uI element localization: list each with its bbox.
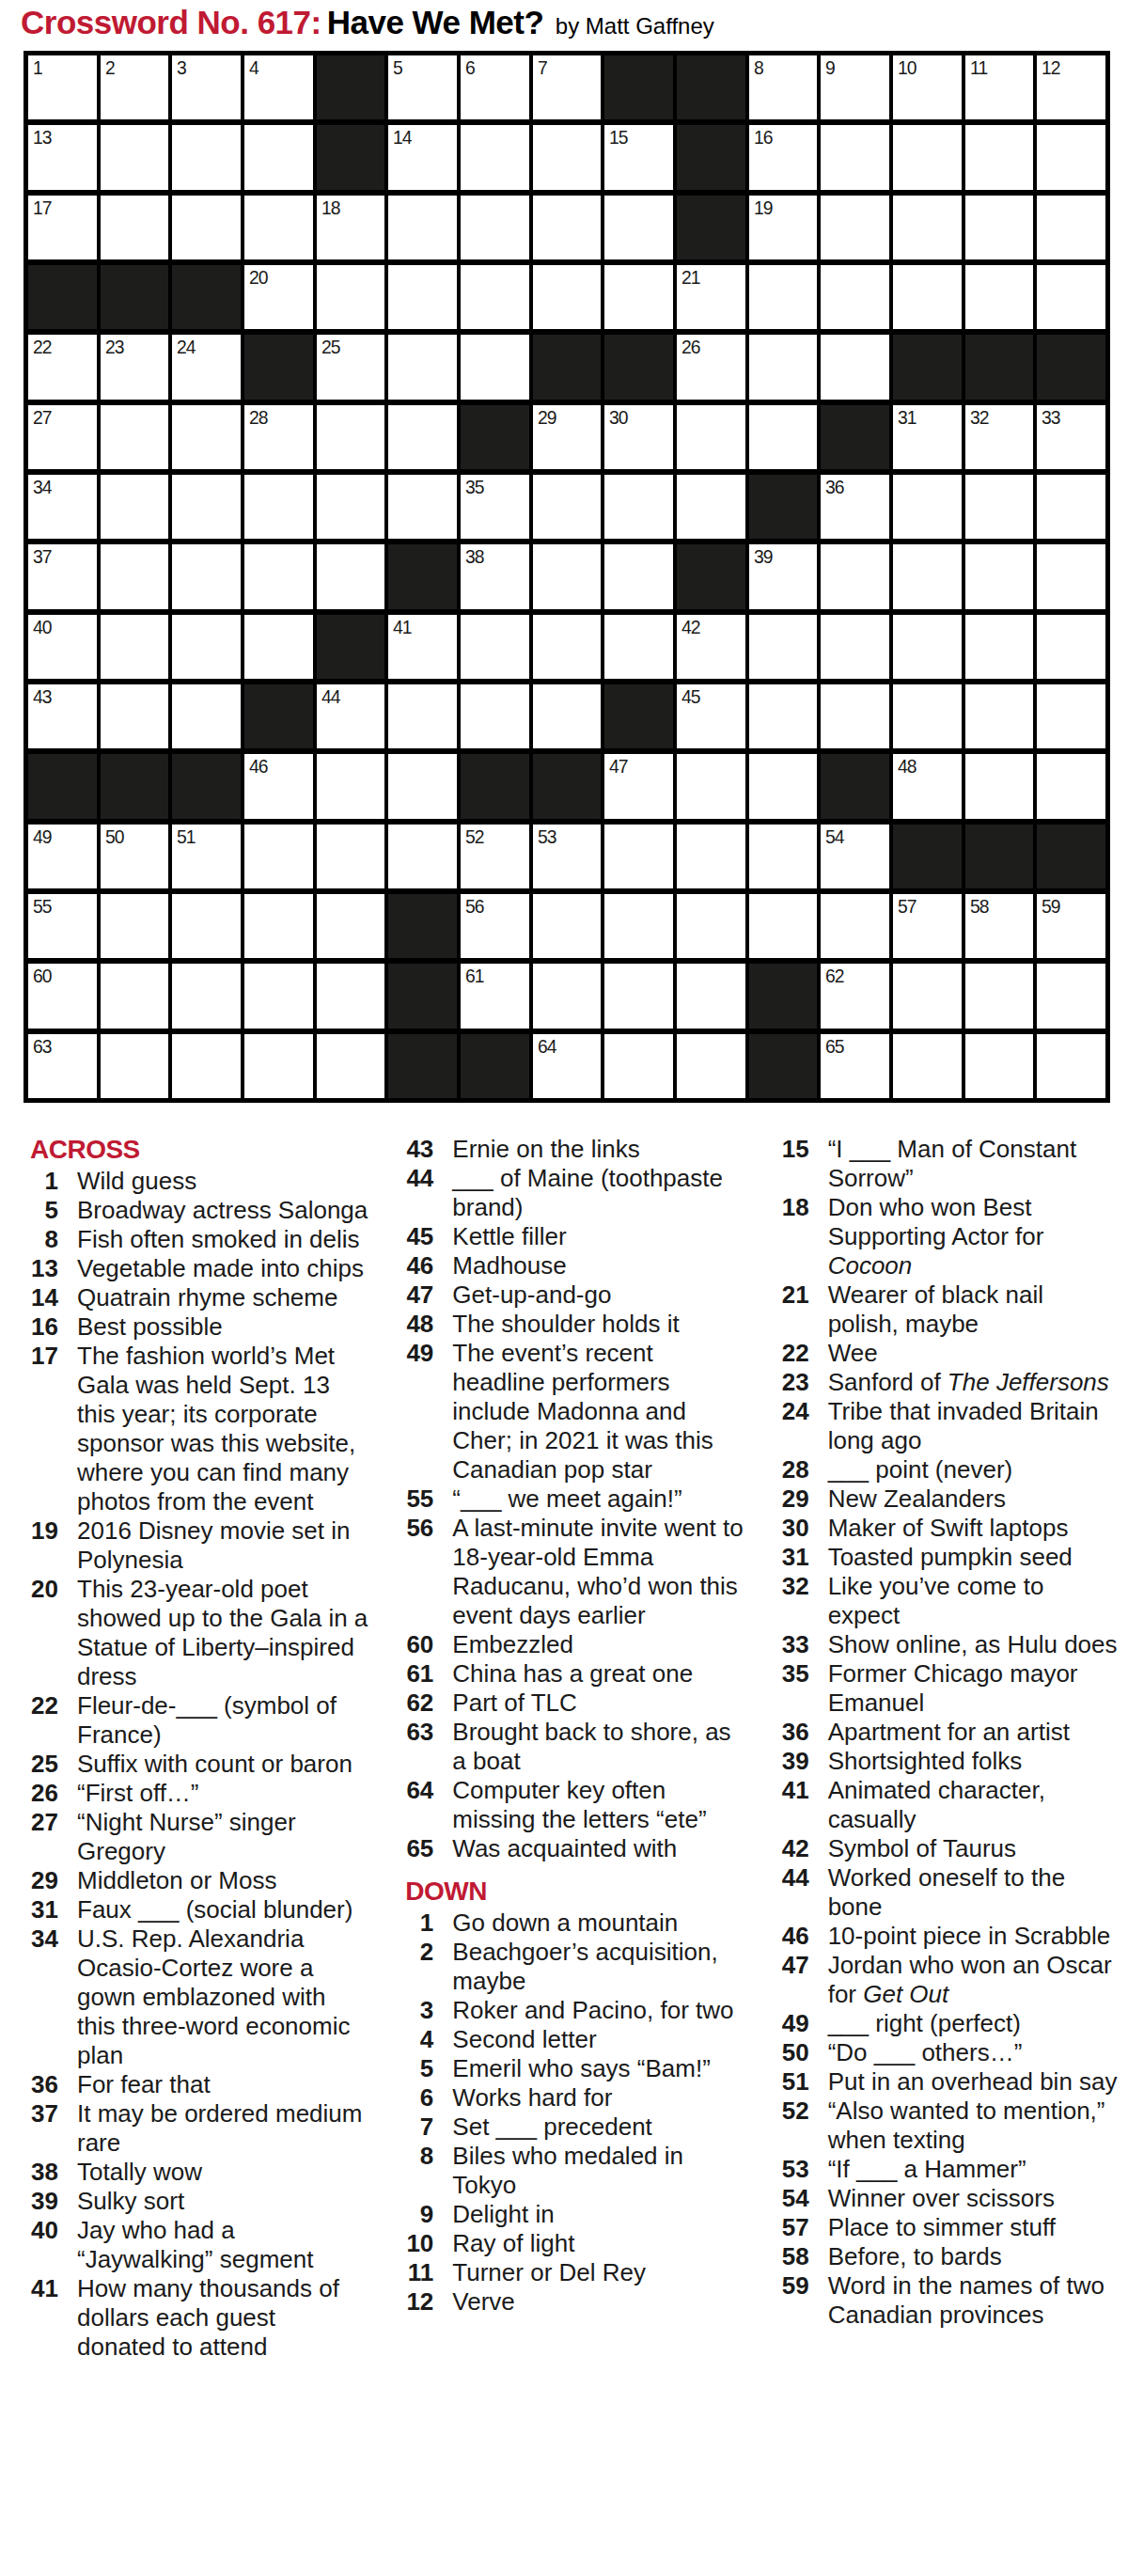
grid-cell[interactable]: [101, 1034, 169, 1098]
grid-cell[interactable]: [244, 825, 313, 888]
grid-cell[interactable]: [677, 475, 745, 539]
clue-text: It may be ordered medium rare: [77, 2099, 368, 2158]
grid-cell[interactable]: [533, 964, 602, 1028]
grid-cell[interactable]: [101, 544, 169, 608]
grid-cell[interactable]: 45: [677, 684, 745, 748]
grid-cell[interactable]: 8: [749, 55, 818, 119]
grid-cell[interactable]: [677, 405, 745, 469]
clue-down-33: 33Show online, as Hulu does: [768, 1630, 1119, 1659]
clue-down-42: 42Symbol of Taurus: [768, 1834, 1119, 1863]
grid-cell[interactable]: [749, 825, 818, 888]
clue-number: 63: [392, 1718, 452, 1776]
grid-cell[interactable]: 47: [604, 754, 673, 818]
grid-cell[interactable]: [965, 754, 1034, 818]
grid-cell[interactable]: [388, 475, 457, 539]
grid-cell[interactable]: [893, 615, 962, 679]
cell-number: 12: [1042, 56, 1060, 79]
grid-cell[interactable]: [1037, 196, 1105, 259]
clue-across-56: 56A last-minute invite went to 18-year-o…: [392, 1514, 743, 1630]
clue-text: Get-up-and-go: [452, 1280, 743, 1310]
grid-cell[interactable]: 28: [244, 405, 313, 469]
grid-cell[interactable]: [388, 335, 457, 399]
grid-cell[interactable]: 55: [28, 894, 97, 958]
grid-cell[interactable]: 15: [604, 125, 673, 189]
grid-cell[interactable]: [821, 265, 889, 329]
clue-number: 43: [392, 1135, 452, 1164]
grid-cell[interactable]: [172, 544, 241, 608]
grid-cell[interactable]: [677, 825, 745, 888]
grid-cell: [677, 196, 745, 259]
cell-number: 39: [754, 545, 773, 568]
grid-cell[interactable]: 24: [172, 335, 241, 399]
clue-text: “First off…”: [77, 1779, 368, 1808]
clue-number: 13: [17, 1254, 77, 1283]
grid-cell[interactable]: 38: [461, 544, 529, 608]
grid-cell[interactable]: [604, 825, 673, 888]
grid-cell[interactable]: 7: [533, 55, 602, 119]
grid-cell[interactable]: 19: [749, 196, 818, 259]
grid-cell[interactable]: [317, 405, 385, 469]
cell-number: 26: [681, 336, 700, 358]
grid-cell[interactable]: 57: [893, 894, 962, 958]
grid-cell[interactable]: 54: [821, 825, 889, 888]
grid-cell[interactable]: 1: [28, 55, 97, 119]
grid-cell[interactable]: 40: [28, 615, 97, 679]
grid-cell[interactable]: 26: [677, 335, 745, 399]
grid-cell[interactable]: [317, 475, 385, 539]
grid-cell[interactable]: [388, 754, 457, 818]
grid-cell: [388, 544, 457, 608]
grid-cell[interactable]: 13: [28, 125, 97, 189]
grid-cell[interactable]: [821, 196, 889, 259]
clue-text: Second letter: [452, 2025, 743, 2054]
grid-cell[interactable]: 10: [893, 55, 962, 119]
header: Crossword No. 617:Have We Met? by Matt G…: [21, 4, 1128, 41]
grid-cell[interactable]: [965, 1034, 1034, 1098]
grid-cell: [317, 55, 385, 119]
clue-text: Don who won Best Supporting Actor for Co…: [828, 1193, 1119, 1280]
grid-cell[interactable]: [461, 335, 529, 399]
grid-cell[interactable]: [677, 1034, 745, 1098]
grid-cell[interactable]: [244, 894, 313, 958]
clue-number: 20: [17, 1575, 77, 1691]
cell-number: 65: [825, 1035, 844, 1058]
grid-cell[interactable]: [244, 544, 313, 608]
grid-cell: [172, 265, 241, 329]
clue-number: 46: [768, 1922, 828, 1951]
grid-cell[interactable]: 37: [28, 544, 97, 608]
grid-cell[interactable]: 9: [821, 55, 889, 119]
grid-cell[interactable]: [821, 684, 889, 748]
grid-cell[interactable]: [893, 684, 962, 748]
grid-cell[interactable]: [101, 964, 169, 1028]
grid-cell[interactable]: [1037, 964, 1105, 1028]
grid-cell[interactable]: [461, 684, 529, 748]
grid-cell[interactable]: [965, 684, 1034, 748]
clue-number: 62: [392, 1689, 452, 1718]
grid-cell[interactable]: [172, 1034, 241, 1098]
grid-cell[interactable]: [533, 475, 602, 539]
clue-text: Apartment for an artist: [828, 1718, 1119, 1747]
grid-cell[interactable]: [965, 475, 1034, 539]
grid-cell[interactable]: [317, 544, 385, 608]
grid-cell: [244, 684, 313, 748]
grid-cell[interactable]: 60: [28, 964, 97, 1028]
clues-section: ACROSS 1Wild guess5Broadway actress Salo…: [17, 1135, 1119, 2362]
grid-cell: [101, 754, 169, 818]
cell-number: 44: [321, 685, 340, 708]
grid-cell[interactable]: [101, 684, 169, 748]
grid-cell[interactable]: [533, 544, 602, 608]
grid-cell[interactable]: [1037, 684, 1105, 748]
clue-text: Set ___ precedent: [452, 2113, 743, 2142]
grid-cell[interactable]: [1037, 1034, 1105, 1098]
grid-cell[interactable]: [317, 964, 385, 1028]
clue-number: 6: [392, 2083, 452, 2113]
puzzle-title: Have We Met?: [327, 4, 544, 40]
cell-number: 9: [825, 56, 835, 79]
grid-cell[interactable]: [893, 265, 962, 329]
grid-cell[interactable]: [172, 684, 241, 748]
grid-cell[interactable]: [317, 754, 385, 818]
clue-number: 56: [392, 1514, 452, 1630]
cell-number: 57: [898, 895, 916, 918]
grid-cell[interactable]: [317, 825, 385, 888]
grid-cell[interactable]: [244, 964, 313, 1028]
clue-number: 24: [768, 1397, 828, 1455]
grid-cell[interactable]: [604, 544, 673, 608]
grid-cell[interactable]: 27: [28, 405, 97, 469]
grid-cell[interactable]: 31: [893, 405, 962, 469]
clue-down-1: 1Go down a mountain: [392, 1908, 743, 1938]
grid-cell[interactable]: 11: [965, 55, 1034, 119]
clue-number: 44: [768, 1863, 828, 1922]
grid-cell[interactable]: [244, 475, 313, 539]
grid-cell[interactable]: [101, 196, 169, 259]
clue-number: 22: [768, 1339, 828, 1368]
grid-cell[interactable]: [317, 265, 385, 329]
grid-cell[interactable]: 4: [244, 55, 313, 119]
grid-cell[interactable]: 62: [821, 964, 889, 1028]
grid-cell[interactable]: 32: [965, 405, 1034, 469]
clue-across-61: 61China has a great one: [392, 1659, 743, 1689]
clue-number: 25: [17, 1750, 77, 1779]
clue-text: Ray of light: [452, 2229, 743, 2258]
clue-number: 10: [392, 2229, 452, 2258]
grid-cell[interactable]: [533, 265, 602, 329]
clue-across-39: 39Sulky sort: [17, 2187, 368, 2216]
grid-cell[interactable]: [101, 894, 169, 958]
clue-across-36: 36For fear that: [17, 2070, 368, 2099]
grid-cell[interactable]: [893, 475, 962, 539]
cell-number: 7: [538, 56, 547, 79]
grid-cell[interactable]: 51: [172, 825, 241, 888]
clue-number: 14: [17, 1283, 77, 1312]
grid-cell[interactable]: [604, 894, 673, 958]
cell-number: 50: [105, 825, 124, 848]
grid-cell[interactable]: [533, 615, 602, 679]
clue-text: This 23-year-old poet showed up to the G…: [77, 1575, 368, 1691]
grid-cell[interactable]: 33: [1037, 405, 1105, 469]
grid-cell[interactable]: [965, 196, 1034, 259]
grid-cell[interactable]: [101, 125, 169, 189]
grid-cell: [461, 754, 529, 818]
clue-text: Brought back to shore, as a boat: [452, 1718, 743, 1776]
grid-cell[interactable]: 46: [244, 754, 313, 818]
grid-cell[interactable]: [317, 1034, 385, 1098]
cell-number: 62: [825, 965, 844, 987]
grid-cell[interactable]: [1037, 615, 1105, 679]
grid-cell[interactable]: 6: [461, 55, 529, 119]
grid-cell[interactable]: 5: [388, 55, 457, 119]
grid-cell[interactable]: 14: [388, 125, 457, 189]
grid-cell[interactable]: 63: [28, 1034, 97, 1098]
clue-across-1: 1Wild guess: [17, 1167, 368, 1196]
grid-cell[interactable]: [172, 405, 241, 469]
grid-cell[interactable]: [893, 125, 962, 189]
grid-cell[interactable]: [749, 615, 818, 679]
clue-text: Jordan who won an Oscar for Get Out: [828, 1951, 1119, 2009]
grid-cell[interactable]: [1037, 265, 1105, 329]
grid-cell[interactable]: 56: [461, 894, 529, 958]
cell-number: 37: [33, 545, 52, 568]
clue-number: 30: [768, 1514, 828, 1543]
grid-cell[interactable]: [604, 615, 673, 679]
grid-cell[interactable]: 17: [28, 196, 97, 259]
grid-cell[interactable]: 64: [533, 1034, 602, 1098]
clue-down-50: 50“Do ___ others…”: [768, 2038, 1119, 2067]
clue-number: 36: [768, 1718, 828, 1747]
cell-number: 32: [970, 406, 989, 429]
grid-cell[interactable]: [965, 544, 1034, 608]
grid-cell[interactable]: [172, 964, 241, 1028]
grid-cell[interactable]: [965, 964, 1034, 1028]
clue-text: Place to simmer stuff: [828, 2213, 1119, 2242]
grid-cell[interactable]: [965, 615, 1034, 679]
clue-text: Part of TLC: [452, 1689, 743, 1718]
grid-cell[interactable]: [821, 544, 889, 608]
grid-cell[interactable]: 20: [244, 265, 313, 329]
clue-across-13: 13Vegetable made into chips: [17, 1254, 368, 1283]
grid-cell[interactable]: [893, 196, 962, 259]
clue-down-2: 2Beachgoer’s acquisition, maybe: [392, 1938, 743, 1996]
grid-cell[interactable]: 65: [821, 1034, 889, 1098]
grid-cell[interactable]: 42: [677, 615, 745, 679]
grid-cell[interactable]: [965, 265, 1034, 329]
grid-cell[interactable]: 52: [461, 825, 529, 888]
grid-cell[interactable]: [101, 405, 169, 469]
grid-cell[interactable]: 29: [533, 405, 602, 469]
grid-cell[interactable]: 25: [317, 335, 385, 399]
clue-across-8: 8Fish often smoked in delis: [17, 1225, 368, 1254]
grid-cell[interactable]: 49: [28, 825, 97, 888]
clue-text: “Also wanted to mention,” when texting: [828, 2097, 1119, 2155]
grid-cell[interactable]: [604, 1034, 673, 1098]
page: Crossword No. 617:Have We Met? by Matt G…: [0, 0, 1128, 2576]
clue-across-60: 60Embezzled: [392, 1630, 743, 1659]
grid-cell[interactable]: [749, 684, 818, 748]
cell-number: 10: [898, 56, 916, 79]
grid-cell[interactable]: [893, 964, 962, 1028]
clue-down-49: 49___ right (perfect): [768, 2009, 1119, 2038]
grid-cell: [893, 335, 962, 399]
clue-text: ___ point (never): [828, 1455, 1119, 1484]
clue-number: 21: [768, 1280, 828, 1339]
cell-number: 18: [321, 196, 340, 219]
grid-cell[interactable]: 30: [604, 405, 673, 469]
cell-number: 33: [1042, 406, 1060, 429]
grid-cell[interactable]: [244, 196, 313, 259]
clue-number: 23: [768, 1368, 828, 1397]
grid-cell[interactable]: [244, 615, 313, 679]
grid-cell[interactable]: [533, 684, 602, 748]
clue-text: “Do ___ others…”: [828, 2038, 1119, 2067]
grid-cell[interactable]: 41: [388, 615, 457, 679]
grid-cell[interactable]: [172, 475, 241, 539]
grid-cell[interactable]: [244, 125, 313, 189]
grid-cell[interactable]: [1037, 544, 1105, 608]
grid-cell: [965, 825, 1034, 888]
grid-cell[interactable]: [677, 894, 745, 958]
grid-cell: [604, 335, 673, 399]
grid-cell[interactable]: [388, 684, 457, 748]
grid-cell[interactable]: [461, 265, 529, 329]
grid-cell[interactable]: 18: [317, 196, 385, 259]
clue-number: 16: [17, 1312, 77, 1342]
grid-cell[interactable]: 58: [965, 894, 1034, 958]
grid-cell[interactable]: [604, 265, 673, 329]
clue-number: 12: [392, 2287, 452, 2317]
cell-number: 16: [754, 126, 773, 149]
cell-number: 1: [33, 56, 42, 79]
grid-cell[interactable]: [821, 125, 889, 189]
grid-cell[interactable]: [604, 196, 673, 259]
grid-cell[interactable]: [893, 544, 962, 608]
grid-cell[interactable]: [388, 265, 457, 329]
grid-cell[interactable]: 2: [101, 55, 169, 119]
clue-across-29: 29Middleton or Moss: [17, 1866, 368, 1895]
clue-text: Like you’ve come to expect: [828, 1572, 1119, 1630]
grid-cell[interactable]: 43: [28, 684, 97, 748]
grid-cell[interactable]: [1037, 754, 1105, 818]
grid-cell: [317, 125, 385, 189]
grid-cell[interactable]: [604, 475, 673, 539]
grid-cell[interactable]: [244, 1034, 313, 1098]
grid-cell[interactable]: 36: [821, 475, 889, 539]
grid-cell[interactable]: [749, 405, 818, 469]
clue-text: Wee: [828, 1339, 1119, 1368]
grid-cell[interactable]: [388, 405, 457, 469]
clue-number: 47: [768, 1951, 828, 2009]
grid-cell[interactable]: [317, 894, 385, 958]
grid-cell[interactable]: 39: [749, 544, 818, 608]
grid-cell[interactable]: [461, 615, 529, 679]
grid-cell[interactable]: [533, 125, 602, 189]
grid-cell[interactable]: [172, 894, 241, 958]
grid-cell[interactable]: [533, 196, 602, 259]
grid-cell[interactable]: [893, 1034, 962, 1098]
grid-cell[interactable]: [388, 196, 457, 259]
grid-cell[interactable]: [965, 125, 1034, 189]
grid-cell[interactable]: 61: [461, 964, 529, 1028]
clue-text: Computer key often missing the letters “…: [452, 1776, 743, 1834]
clue-number: 27: [17, 1808, 77, 1866]
grid-cell[interactable]: [172, 125, 241, 189]
grid-cell[interactable]: 22: [28, 335, 97, 399]
grid-cell: [388, 894, 457, 958]
grid-cell[interactable]: [749, 265, 818, 329]
grid-cell[interactable]: 48: [893, 754, 962, 818]
clue-down-57: 57Place to simmer stuff: [768, 2213, 1119, 2242]
clue-across-17: 17The fashion world’s Met Gala was held …: [17, 1342, 368, 1516]
grid-cell[interactable]: 16: [749, 125, 818, 189]
grid-cell[interactable]: [172, 615, 241, 679]
clue-text: New Zealanders: [828, 1484, 1119, 1514]
clue-text: U.S. Rep. Alexandria Ocasio-Cortez wore …: [77, 1924, 368, 2070]
grid-cell[interactable]: [388, 825, 457, 888]
clue-number: 2: [392, 1938, 452, 1996]
grid-cell[interactable]: [677, 754, 745, 818]
grid-cell[interactable]: [749, 894, 818, 958]
clue-across-44: 44___ of Maine (toothpaste brand): [392, 1164, 743, 1222]
cell-number: 11: [970, 56, 987, 79]
grid-cell[interactable]: 44: [317, 684, 385, 748]
grid-cell[interactable]: [461, 125, 529, 189]
grid-cell[interactable]: [101, 615, 169, 679]
grid-cell[interactable]: [172, 196, 241, 259]
clue-down-36: 36Apartment for an artist: [768, 1718, 1119, 1747]
clue-across-49: 49The event’s recent headline performers…: [392, 1339, 743, 1484]
grid-cell[interactable]: [749, 335, 818, 399]
clue-text: For fear that: [77, 2070, 368, 2099]
grid-cell[interactable]: 21: [677, 265, 745, 329]
grid-cell[interactable]: 59: [1037, 894, 1105, 958]
grid-cell[interactable]: 3: [172, 55, 241, 119]
grid-cell[interactable]: 35: [461, 475, 529, 539]
clue-down-39: 39Shortsighted folks: [768, 1747, 1119, 1776]
puzzle-number: Crossword No. 617:: [21, 4, 321, 40]
grid-cell[interactable]: [749, 754, 818, 818]
grid-cell[interactable]: 12: [1037, 55, 1105, 119]
grid-cell[interactable]: [101, 475, 169, 539]
grid-cell[interactable]: 50: [101, 825, 169, 888]
grid-cell[interactable]: [533, 894, 602, 958]
cell-number: 59: [1042, 895, 1060, 918]
clue-down-18: 18Don who won Best Supporting Actor for …: [768, 1193, 1119, 1280]
cell-number: 61: [465, 965, 484, 987]
grid-cell[interactable]: [1037, 125, 1105, 189]
down-header: DOWN: [405, 1877, 743, 1906]
grid-cell[interactable]: 34: [28, 475, 97, 539]
clue-across-20: 20This 23-year-old poet showed up to the…: [17, 1575, 368, 1691]
cell-number: 35: [465, 476, 484, 498]
cell-number: 53: [538, 825, 556, 848]
cell-number: 20: [249, 266, 268, 289]
grid-cell[interactable]: [1037, 475, 1105, 539]
grid-cell[interactable]: [821, 335, 889, 399]
grid-cell[interactable]: 53: [533, 825, 602, 888]
grid-cell[interactable]: [821, 894, 889, 958]
clue-across-14: 14Quatrain rhyme scheme: [17, 1283, 368, 1312]
clue-across-27: 27“Night Nurse” singer Gregory: [17, 1808, 368, 1866]
grid-cell[interactable]: [461, 196, 529, 259]
grid-cell[interactable]: [821, 615, 889, 679]
clue-across-47: 47Get-up-and-go: [392, 1280, 743, 1310]
grid-cell[interactable]: 23: [101, 335, 169, 399]
clue-across-48: 48The shoulder holds it: [392, 1310, 743, 1339]
grid-cell[interactable]: [677, 964, 745, 1028]
grid-cell[interactable]: [604, 964, 673, 1028]
